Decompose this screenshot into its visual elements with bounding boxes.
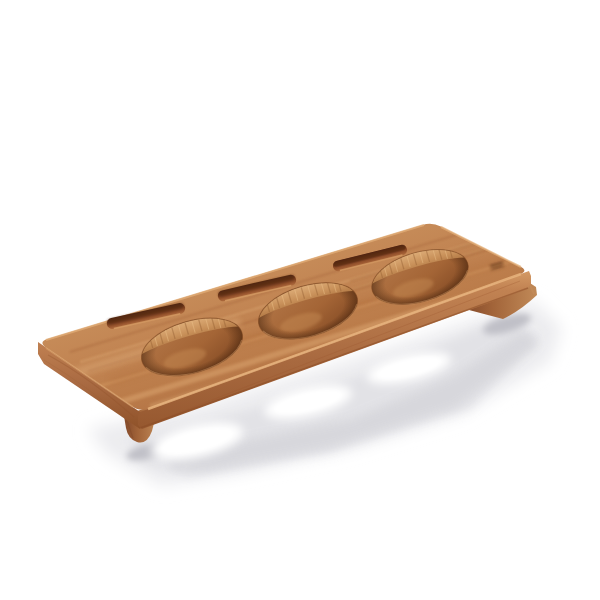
product-photo: Studio photo of a light brown wooden ser… bbox=[0, 0, 600, 600]
tray-illustration: Studio photo of a light brown wooden ser… bbox=[0, 0, 600, 600]
